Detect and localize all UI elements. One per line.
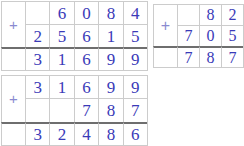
empty-cell bbox=[25, 1, 49, 24]
addend-digit-cell: 4 bbox=[123, 1, 147, 24]
addend-digit-cell: 7 bbox=[177, 25, 199, 46]
sum-digit-cell: 2 bbox=[49, 122, 73, 145]
addend-digit-cell: 7 bbox=[74, 98, 98, 121]
sum-digit-cell: 7 bbox=[177, 46, 199, 67]
plus-sign: + bbox=[1, 1, 25, 47]
addend-digit-cell: 2 bbox=[25, 24, 49, 47]
addend-digit-cell: 9 bbox=[98, 75, 122, 98]
empty-cell bbox=[177, 4, 199, 25]
addend-digit-cell: 8 bbox=[98, 98, 122, 121]
addend-digit-cell: 8 bbox=[199, 4, 221, 25]
addend-digit-cell: 1 bbox=[98, 24, 122, 47]
plus-sign: + bbox=[153, 4, 177, 46]
addend-digit-cell: 7 bbox=[123, 98, 147, 121]
addend-digit-cell: 6 bbox=[74, 75, 98, 98]
empty-cell bbox=[1, 47, 25, 70]
addend-digit-cell: 9 bbox=[123, 75, 147, 98]
sum-digit-cell: 8 bbox=[98, 122, 122, 145]
addition-table-3: +3169978732486 bbox=[1, 75, 148, 146]
addend-digit-cell: 6 bbox=[49, 1, 73, 24]
addend-digit-cell: 8 bbox=[98, 1, 122, 24]
empty-cell bbox=[49, 98, 73, 121]
sum-digit-cell: 8 bbox=[199, 46, 221, 67]
sum-digit-cell: 9 bbox=[123, 47, 147, 70]
empty-cell bbox=[1, 122, 25, 145]
addend-digit-cell: 5 bbox=[49, 24, 73, 47]
sum-digit-cell: 3 bbox=[25, 47, 49, 70]
empty-cell bbox=[153, 46, 177, 67]
addend-digit-cell: 2 bbox=[221, 4, 243, 25]
plus-sign: + bbox=[1, 75, 25, 122]
addend-digit-cell: 6 bbox=[74, 24, 98, 47]
addend-digit-cell: 0 bbox=[199, 25, 221, 46]
addend-digit-cell: 0 bbox=[74, 1, 98, 24]
addition-table-2: +82705787 bbox=[153, 4, 244, 68]
sum-digit-cell: 6 bbox=[74, 47, 98, 70]
empty-cell bbox=[25, 98, 49, 121]
addition-table-1: +60842561531699 bbox=[1, 1, 148, 71]
sum-digit-cell: 9 bbox=[98, 47, 122, 70]
addend-digit-cell: 5 bbox=[221, 25, 243, 46]
addend-digit-cell: 5 bbox=[123, 24, 147, 47]
sum-digit-cell: 7 bbox=[221, 46, 243, 67]
sum-digit-cell: 6 bbox=[123, 122, 147, 145]
sum-digit-cell: 4 bbox=[74, 122, 98, 145]
sum-digit-cell: 3 bbox=[25, 122, 49, 145]
addend-digit-cell: 3 bbox=[25, 75, 49, 98]
sum-digit-cell: 1 bbox=[49, 47, 73, 70]
addend-digit-cell: 1 bbox=[49, 75, 73, 98]
